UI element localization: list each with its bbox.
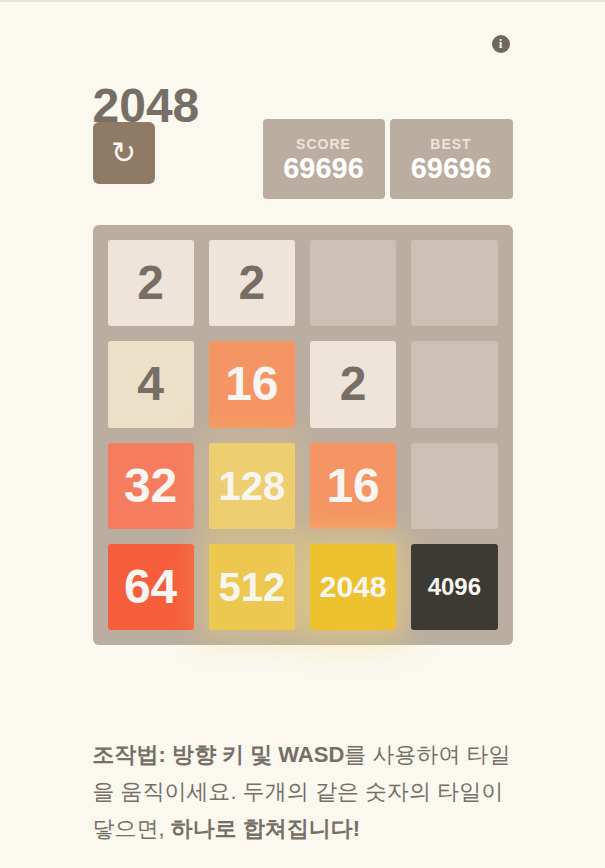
tile-16: 16 (310, 443, 396, 529)
tile-512: 512 (209, 544, 295, 630)
cell-tile-2: 2 (209, 240, 295, 326)
instructions-bold-segment: 하나로 합쳐집니다! (171, 816, 360, 841)
cell-tile-32: 32 (108, 443, 194, 529)
game-board[interactable]: 22416232128166451220484096 (93, 225, 513, 645)
best-box: BEST 69696 (390, 119, 513, 199)
tile-64: 64 (108, 544, 194, 630)
cell-tile-2: 2 (108, 240, 194, 326)
score-value: 69696 (283, 154, 364, 183)
empty-cell (411, 341, 497, 427)
cell-tile-2: 2 (310, 341, 396, 427)
score-label: SCORE (296, 136, 351, 152)
empty-cell (411, 443, 497, 529)
cell-tile-16: 16 (310, 443, 396, 529)
instructions-bold-segment: 조작법: 방향 키 및 WASD (93, 742, 345, 767)
tile-128: 128 (209, 443, 295, 529)
game-container: i 2048 ↻ SCORE 69696 BEST 69696 22416232… (93, 2, 513, 868)
tile-16: 16 (209, 341, 295, 427)
best-value: 69696 (411, 154, 492, 183)
tile-2: 2 (310, 341, 396, 427)
instructions-text: 조작법: 방향 키 및 WASD를 사용하여 타일을 움직이세요. 두개의 같은… (93, 736, 513, 847)
tile-4: 4 (108, 341, 194, 427)
restart-icon: ↻ (111, 136, 136, 169)
cell-tile-2048: 2048 (310, 544, 396, 630)
cell-tile-64: 64 (108, 544, 194, 630)
tile-4096: 4096 (411, 544, 497, 630)
tile-2: 2 (209, 240, 295, 326)
cell-tile-128: 128 (209, 443, 295, 529)
tile-2048: 2048 (310, 544, 396, 630)
score-box: SCORE 69696 (263, 119, 385, 199)
best-label: BEST (430, 136, 471, 152)
info-icon[interactable]: i (492, 35, 510, 53)
cell-tile-512: 512 (209, 544, 295, 630)
cell-tile-4: 4 (108, 341, 194, 427)
empty-cell (411, 240, 497, 326)
cell-tile-16: 16 (209, 341, 295, 427)
tile-2: 2 (108, 240, 194, 326)
restart-button[interactable]: ↻ (93, 122, 155, 184)
cell-tile-4096: 4096 (411, 544, 497, 630)
tile-32: 32 (108, 443, 194, 529)
empty-cell (310, 240, 396, 326)
